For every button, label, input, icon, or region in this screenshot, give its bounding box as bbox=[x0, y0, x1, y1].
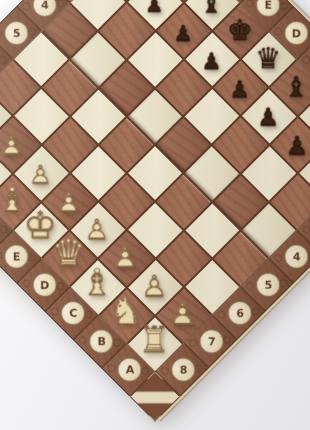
white-rook[interactable]: ♜♖ bbox=[135, 320, 173, 358]
piece-glyph-outline: ♙ bbox=[201, 51, 222, 74]
piece-glyph-outline: ♗ bbox=[284, 74, 309, 102]
file-label: E bbox=[264, 0, 272, 11]
frame-corner-stripe bbox=[130, 371, 181, 422]
piece-glyph-outline: ♙ bbox=[145, 0, 164, 17]
black-pawn[interactable]: ♟♙ bbox=[277, 121, 310, 159]
coordinate-medallion: 4 bbox=[279, 240, 310, 274]
piece-glyph-outline: ♗ bbox=[200, 0, 222, 17]
coordinate-medallion: 5 bbox=[251, 268, 285, 302]
rank-label: 6 bbox=[236, 307, 244, 320]
rank-label: 4 bbox=[41, 0, 49, 11]
piece-glyph-outline: ♙ bbox=[257, 105, 279, 130]
piece-glyph-outline: ♙ bbox=[173, 23, 193, 45]
rank-label: 5 bbox=[13, 27, 21, 40]
chess-board: 88AA77BB66CC55DD44EE33FF22GG11HH ♜♖♟♙♟♙♜… bbox=[0, 0, 310, 422]
scene: 88AA77BB66CC55DD44EE33FF22GG11HH ♜♖♟♙♟♙♜… bbox=[0, 0, 310, 430]
rank-label: 7 bbox=[208, 335, 216, 348]
piece-glyph-outline: ♙ bbox=[285, 133, 308, 159]
piece-glyph-outline: ♖ bbox=[138, 322, 170, 358]
file-label: D bbox=[292, 27, 301, 40]
rank-label: 8 bbox=[179, 363, 187, 376]
piece-glyph-outline: ♙ bbox=[229, 78, 251, 102]
file-label: E bbox=[13, 250, 21, 263]
file-label: B bbox=[97, 335, 105, 348]
file-label: C bbox=[69, 307, 77, 320]
piece-glyph-outline: ♙ bbox=[0, 133, 23, 159]
rank-label: 4 bbox=[293, 250, 301, 263]
file-label: A bbox=[125, 363, 134, 376]
black-pawn[interactable]: ♟♙ bbox=[306, 149, 310, 187]
file-label: D bbox=[40, 278, 49, 291]
piece-glyph-outline: ♙ bbox=[28, 161, 51, 187]
coordinate-medallion: 6 bbox=[223, 296, 257, 330]
board-squares: ♜♖♟♙♟♙♜♖♞♘♟♙♟♙♞♘♝♗♟♙♟♙♝♗♚♔♟♙♟♙♚♔♛♕♟♙♟♙♛♕… bbox=[0, 0, 310, 371]
rank-label: 5 bbox=[264, 278, 272, 291]
